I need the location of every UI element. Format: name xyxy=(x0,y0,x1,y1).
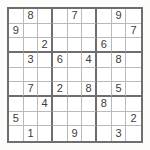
cell-r9c1[interactable] xyxy=(9,126,24,141)
given-digit: 9 xyxy=(13,25,19,36)
cell-r3c8[interactable] xyxy=(112,38,127,53)
cell-r1c7[interactable] xyxy=(97,9,112,24)
cell-r5c4[interactable] xyxy=(53,68,68,83)
cell-r4c9[interactable] xyxy=(126,53,141,68)
cell-r5c1[interactable] xyxy=(9,68,24,83)
cell-r2c4[interactable] xyxy=(53,24,68,39)
cell-r2c6[interactable] xyxy=(82,24,97,39)
given-digit: 3 xyxy=(27,54,33,65)
cell-r7c3: 4 xyxy=(38,97,53,112)
cell-r8c8[interactable] xyxy=(112,112,127,127)
cell-r5c2[interactable] xyxy=(24,68,39,83)
cell-r1c3[interactable] xyxy=(38,9,53,24)
cell-r9c8: 3 xyxy=(112,126,127,141)
given-digit: 2 xyxy=(131,113,137,124)
given-digit: 4 xyxy=(42,98,48,109)
cell-r1c5: 7 xyxy=(68,9,83,24)
cell-r7c8[interactable] xyxy=(112,97,127,112)
cell-r6c1[interactable] xyxy=(9,82,24,97)
cell-r3c2[interactable] xyxy=(24,38,39,53)
given-digit: 7 xyxy=(71,10,77,21)
cell-r7c6[interactable] xyxy=(82,97,97,112)
cell-r1c4[interactable] xyxy=(53,9,68,24)
cell-r2c3[interactable] xyxy=(38,24,53,39)
cell-r9c7[interactable] xyxy=(97,126,112,141)
given-digit: 2 xyxy=(57,83,63,94)
cell-r1c6[interactable] xyxy=(82,9,97,24)
given-digit: 4 xyxy=(86,54,92,65)
cell-r9c3[interactable] xyxy=(38,126,53,141)
cell-r9c2: 1 xyxy=(24,126,39,141)
cell-r4c2: 3 xyxy=(24,53,39,68)
given-digit: 8 xyxy=(86,83,92,94)
given-digit: 5 xyxy=(13,113,19,124)
cell-r7c7: 8 xyxy=(97,97,112,112)
cell-r6c7[interactable] xyxy=(97,82,112,97)
cell-r8c5[interactable] xyxy=(68,112,83,127)
given-digit: 9 xyxy=(71,128,77,139)
cell-r6c2: 7 xyxy=(24,82,39,97)
cell-r2c9: 7 xyxy=(126,24,141,39)
given-digit: 3 xyxy=(115,128,121,139)
cell-r6c5[interactable] xyxy=(68,82,83,97)
cell-r9c9[interactable] xyxy=(126,126,141,141)
cell-r6c4: 2 xyxy=(53,82,68,97)
cell-r2c1: 9 xyxy=(9,24,24,39)
cell-r2c7[interactable] xyxy=(97,24,112,39)
given-digit: 7 xyxy=(27,83,33,94)
cell-r9c5: 9 xyxy=(68,126,83,141)
cell-r6c9[interactable] xyxy=(126,82,141,97)
given-digit: 9 xyxy=(115,10,121,21)
cell-r3c6[interactable] xyxy=(82,38,97,53)
cell-r7c9[interactable] xyxy=(126,97,141,112)
cell-r8c3[interactable] xyxy=(38,112,53,127)
given-digit: 1 xyxy=(27,128,33,139)
cell-r1c8: 9 xyxy=(112,9,127,24)
cell-r3c4[interactable] xyxy=(53,38,68,53)
sudoku-board: 8799726364872854852193 xyxy=(7,7,143,143)
cell-r1c2: 8 xyxy=(24,9,39,24)
cell-r8c2[interactable] xyxy=(24,112,39,127)
given-digit: 2 xyxy=(42,39,48,50)
cell-r3c5[interactable] xyxy=(68,38,83,53)
cell-r8c9: 2 xyxy=(126,112,141,127)
cell-r2c8[interactable] xyxy=(112,24,127,39)
given-digit: 6 xyxy=(57,54,63,65)
cell-r4c4: 6 xyxy=(53,53,68,68)
cell-r5c9[interactable] xyxy=(126,68,141,83)
cell-r8c4[interactable] xyxy=(53,112,68,127)
cell-r2c5[interactable] xyxy=(68,24,83,39)
cell-r8c1: 5 xyxy=(9,112,24,127)
given-digit: 6 xyxy=(101,39,107,50)
given-digit: 7 xyxy=(131,25,137,36)
cell-r1c1[interactable] xyxy=(9,9,24,24)
cell-r1c9[interactable] xyxy=(126,9,141,24)
cell-r4c8: 8 xyxy=(112,53,127,68)
cell-r5c6[interactable] xyxy=(82,68,97,83)
cell-r6c3[interactable] xyxy=(38,82,53,97)
given-digit: 8 xyxy=(101,98,107,109)
cell-r8c7[interactable] xyxy=(97,112,112,127)
cell-r2c2[interactable] xyxy=(24,24,39,39)
cell-r3c7: 6 xyxy=(97,38,112,53)
cell-r3c3: 2 xyxy=(38,38,53,53)
cell-r7c2[interactable] xyxy=(24,97,39,112)
cell-r7c1[interactable] xyxy=(9,97,24,112)
cell-r4c1[interactable] xyxy=(9,53,24,68)
cell-r4c7[interactable] xyxy=(97,53,112,68)
cell-r9c6[interactable] xyxy=(82,126,97,141)
cell-r3c1[interactable] xyxy=(9,38,24,53)
given-digit: 8 xyxy=(27,10,33,21)
cell-r9c4[interactable] xyxy=(53,126,68,141)
cell-r5c5[interactable] xyxy=(68,68,83,83)
cell-r7c4[interactable] xyxy=(53,97,68,112)
cell-r4c6: 4 xyxy=(82,53,97,68)
cell-r5c8[interactable] xyxy=(112,68,127,83)
cell-r4c5[interactable] xyxy=(68,53,83,68)
cell-r6c6: 8 xyxy=(82,82,97,97)
cell-r6c8: 5 xyxy=(112,82,127,97)
cell-r7c5[interactable] xyxy=(68,97,83,112)
cell-r3c9[interactable] xyxy=(126,38,141,53)
cell-r8c6[interactable] xyxy=(82,112,97,127)
cell-r5c7[interactable] xyxy=(97,68,112,83)
cell-r5c3[interactable] xyxy=(38,68,53,83)
given-digit: 5 xyxy=(115,83,121,94)
cell-r4c3[interactable] xyxy=(38,53,53,68)
given-digit: 8 xyxy=(115,54,121,65)
